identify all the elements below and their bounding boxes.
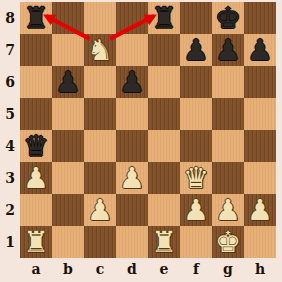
rank-labels: 87654321 [0,2,20,258]
square-g7[interactable]: ♟ [212,34,244,66]
square-c5[interactable] [84,98,116,130]
square-a8[interactable]: ♜ [20,2,52,34]
square-b2[interactable] [52,194,84,226]
white-rook: ♜ [23,226,49,258]
black-pawn: ♟ [247,34,273,66]
square-h3[interactable] [244,162,276,194]
square-b3[interactable] [52,162,84,194]
square-h2[interactable]: ♟ [244,194,276,226]
white-pawn: ♟ [247,194,273,226]
square-a5[interactable] [20,98,52,130]
square-c1[interactable] [84,226,116,258]
square-e2[interactable] [148,194,180,226]
rank-label-2: 2 [0,194,20,226]
square-f2[interactable]: ♟ [180,194,212,226]
rank-label-3: 3 [0,162,20,194]
square-c4[interactable] [84,130,116,162]
square-h5[interactable] [244,98,276,130]
square-f5[interactable] [180,98,212,130]
square-g2[interactable]: ♟ [212,194,244,226]
square-g3[interactable] [212,162,244,194]
file-label-d: d [116,258,148,280]
square-d5[interactable] [116,98,148,130]
white-pawn: ♟ [119,162,145,194]
square-a2[interactable] [20,194,52,226]
square-c8[interactable] [84,2,116,34]
square-e3[interactable] [148,162,180,194]
black-queen: ♛ [23,130,49,162]
rank-label-4: 4 [0,130,20,162]
white-rook: ♜ [151,226,177,258]
square-a7[interactable] [20,34,52,66]
square-e1[interactable]: ♜ [148,226,180,258]
square-g1[interactable]: ♚ [212,226,244,258]
black-rook: ♜ [151,2,177,34]
square-b4[interactable] [52,130,84,162]
black-pawn: ♟ [119,66,145,98]
square-a1[interactable]: ♜ [20,226,52,258]
black-pawn: ♟ [55,66,81,98]
square-f3[interactable]: ♛ [180,162,212,194]
black-pawn: ♟ [215,34,241,66]
file-label-e: e [148,258,180,280]
square-e6[interactable] [148,66,180,98]
rank-label-1: 1 [0,226,20,258]
square-g8[interactable]: ♚ [212,2,244,34]
square-b7[interactable] [52,34,84,66]
square-f1[interactable] [180,226,212,258]
chess-diagram: 87654321 ♜♜♚♞♟♟♟♟♟♛♟♟♛♟♟♟♟♜♜♚ abcdefgh [0,0,282,282]
square-a3[interactable]: ♟ [20,162,52,194]
rank-label-5: 5 [0,98,20,130]
square-h4[interactable] [244,130,276,162]
rank-label-8: 8 [0,2,20,34]
white-pawn: ♟ [23,162,49,194]
white-queen: ♛ [183,162,209,194]
square-e7[interactable] [148,34,180,66]
square-f4[interactable] [180,130,212,162]
square-h8[interactable] [244,2,276,34]
file-label-g: g [212,258,244,280]
white-pawn: ♟ [183,194,209,226]
square-d3[interactable]: ♟ [116,162,148,194]
square-c7[interactable]: ♞ [84,34,116,66]
file-label-c: c [84,258,116,280]
rank-label-6: 6 [0,66,20,98]
square-c3[interactable] [84,162,116,194]
square-g4[interactable] [212,130,244,162]
square-h6[interactable] [244,66,276,98]
square-h1[interactable] [244,226,276,258]
square-d1[interactable] [116,226,148,258]
square-c6[interactable] [84,66,116,98]
square-d7[interactable] [116,34,148,66]
white-king: ♚ [215,226,241,258]
white-pawn: ♟ [215,194,241,226]
square-f7[interactable]: ♟ [180,34,212,66]
square-d6[interactable]: ♟ [116,66,148,98]
square-b6[interactable]: ♟ [52,66,84,98]
square-g5[interactable] [212,98,244,130]
file-label-f: f [180,258,212,280]
square-b8[interactable] [52,2,84,34]
square-g6[interactable] [212,66,244,98]
black-king: ♚ [215,2,241,34]
chess-board: ♜♜♚♞♟♟♟♟♟♛♟♟♛♟♟♟♟♜♜♚ [20,2,276,258]
black-pawn: ♟ [183,34,209,66]
square-f6[interactable] [180,66,212,98]
square-h7[interactable]: ♟ [244,34,276,66]
black-rook: ♜ [23,2,49,34]
square-f8[interactable] [180,2,212,34]
square-a4[interactable]: ♛ [20,130,52,162]
square-e5[interactable] [148,98,180,130]
square-e8[interactable]: ♜ [148,2,180,34]
file-label-h: h [244,258,276,280]
square-d8[interactable] [116,2,148,34]
square-e4[interactable] [148,130,180,162]
square-d4[interactable] [116,130,148,162]
file-label-a: a [20,258,52,280]
square-d2[interactable] [116,194,148,226]
white-knight: ♞ [87,34,113,66]
file-label-b: b [52,258,84,280]
square-c2[interactable]: ♟ [84,194,116,226]
file-labels: abcdefgh [20,258,276,280]
square-a6[interactable] [20,66,52,98]
rank-label-7: 7 [0,34,20,66]
square-b5[interactable] [52,98,84,130]
square-b1[interactable] [52,226,84,258]
white-pawn: ♟ [87,194,113,226]
